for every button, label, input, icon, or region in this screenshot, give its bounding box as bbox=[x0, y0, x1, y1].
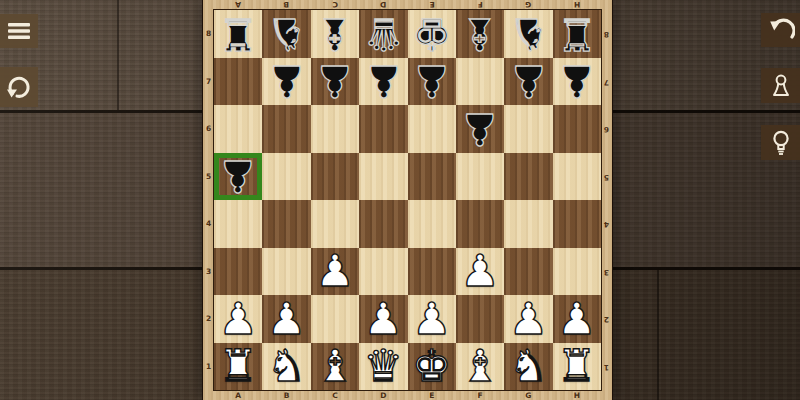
black-knight-piece[interactable]: ♞ bbox=[267, 12, 306, 56]
rank-label: 4 bbox=[601, 200, 612, 248]
square-g8[interactable]: ♞ bbox=[504, 10, 552, 58]
file-label: E bbox=[408, 390, 456, 400]
square-g3[interactable] bbox=[504, 248, 552, 296]
square-c8[interactable]: ♝ bbox=[311, 10, 359, 58]
square-c4[interactable] bbox=[311, 200, 359, 248]
square-e5[interactable] bbox=[408, 153, 456, 201]
black-king-piece[interactable]: ♚ bbox=[412, 12, 451, 56]
square-c6[interactable] bbox=[311, 105, 359, 153]
black-pawn-piece[interactable]: ♟ bbox=[412, 59, 451, 103]
square-e3[interactable] bbox=[408, 248, 456, 296]
white-queen-piece[interactable]: ♛ bbox=[364, 344, 403, 388]
square-b4[interactable] bbox=[262, 200, 310, 248]
square-h5[interactable] bbox=[553, 153, 601, 201]
square-a6[interactable] bbox=[214, 105, 262, 153]
black-bishop-piece[interactable]: ♝ bbox=[460, 12, 499, 56]
file-label: H bbox=[553, 390, 601, 400]
white-bishop-piece[interactable]: ♝ bbox=[315, 344, 354, 388]
file-label: D bbox=[359, 390, 407, 400]
square-d7[interactable]: ♟ bbox=[359, 58, 407, 106]
square-f6[interactable]: ♟ bbox=[456, 105, 504, 153]
square-a7[interactable] bbox=[214, 58, 262, 106]
square-g6[interactable] bbox=[504, 105, 552, 153]
pawn-icon bbox=[768, 73, 794, 99]
restart-icon bbox=[5, 73, 33, 101]
square-f7[interactable] bbox=[456, 58, 504, 106]
square-a1[interactable]: ♜ bbox=[214, 343, 262, 391]
white-bishop-piece[interactable]: ♝ bbox=[460, 344, 499, 388]
square-a3[interactable] bbox=[214, 248, 262, 296]
square-c7[interactable]: ♟ bbox=[311, 58, 359, 106]
rank-labels-left: 87654321 bbox=[203, 10, 214, 390]
square-d4[interactable] bbox=[359, 200, 407, 248]
square-f5[interactable] bbox=[456, 153, 504, 201]
square-h3[interactable] bbox=[553, 248, 601, 296]
square-b8[interactable]: ♞ bbox=[262, 10, 310, 58]
white-pawn-piece[interactable]: ♟ bbox=[364, 297, 403, 341]
square-c3[interactable]: ♟ bbox=[311, 248, 359, 296]
square-e8[interactable]: ♚ bbox=[408, 10, 456, 58]
square-f2[interactable] bbox=[456, 295, 504, 343]
white-pawn-piece[interactable]: ♟ bbox=[218, 297, 257, 341]
square-g2[interactable]: ♟ bbox=[504, 295, 552, 343]
white-king-piece[interactable]: ♚ bbox=[412, 344, 451, 388]
hint-button[interactable] bbox=[761, 125, 800, 160]
square-e7[interactable]: ♟ bbox=[408, 58, 456, 106]
white-knight-piece[interactable]: ♞ bbox=[267, 344, 306, 388]
black-pawn-piece[interactable]: ♟ bbox=[315, 59, 354, 103]
undo-icon bbox=[767, 17, 795, 43]
menu-button[interactable] bbox=[0, 14, 38, 48]
square-b3[interactable] bbox=[262, 248, 310, 296]
black-knight-piece[interactable]: ♞ bbox=[509, 12, 548, 56]
white-rook-piece[interactable]: ♜ bbox=[557, 344, 596, 388]
square-a4[interactable] bbox=[214, 200, 262, 248]
square-h1[interactable]: ♜ bbox=[553, 343, 601, 391]
square-c2[interactable] bbox=[311, 295, 359, 343]
square-e4[interactable] bbox=[408, 200, 456, 248]
white-pawn-piece[interactable]: ♟ bbox=[315, 249, 354, 293]
rank-label: 1 bbox=[601, 343, 612, 391]
black-pawn-piece[interactable]: ♟ bbox=[460, 107, 499, 151]
square-b7[interactable]: ♟ bbox=[262, 58, 310, 106]
white-pawn-piece[interactable]: ♟ bbox=[267, 297, 306, 341]
square-d2[interactable]: ♟ bbox=[359, 295, 407, 343]
square-h2[interactable]: ♟ bbox=[553, 295, 601, 343]
black-rook-piece[interactable]: ♜ bbox=[218, 12, 257, 56]
rank-label: 2 bbox=[203, 295, 214, 343]
white-pawn-piece[interactable]: ♟ bbox=[509, 297, 548, 341]
piece-style-button[interactable] bbox=[761, 68, 800, 103]
rank-label: 6 bbox=[203, 105, 214, 153]
white-pawn-piece[interactable]: ♟ bbox=[460, 249, 499, 293]
rank-label: 5 bbox=[601, 153, 612, 201]
black-pawn-piece[interactable]: ♟ bbox=[218, 154, 257, 198]
square-b2[interactable]: ♟ bbox=[262, 295, 310, 343]
file-label: G bbox=[504, 390, 552, 400]
square-b5[interactable] bbox=[262, 153, 310, 201]
file-label: C bbox=[311, 390, 359, 400]
black-pawn-piece[interactable]: ♟ bbox=[364, 59, 403, 103]
square-f4[interactable] bbox=[456, 200, 504, 248]
square-e1[interactable]: ♚ bbox=[408, 343, 456, 391]
file-label: A bbox=[214, 390, 262, 400]
rank-label: 5 bbox=[203, 153, 214, 201]
square-e2[interactable]: ♟ bbox=[408, 295, 456, 343]
square-f3[interactable]: ♟ bbox=[456, 248, 504, 296]
rank-label: 1 bbox=[203, 343, 214, 391]
rank-labels-right: 87654321 bbox=[601, 10, 612, 390]
square-c5[interactable] bbox=[311, 153, 359, 201]
black-bishop-piece[interactable]: ♝ bbox=[315, 12, 354, 56]
black-pawn-piece[interactable]: ♟ bbox=[267, 59, 306, 103]
rank-label: 3 bbox=[203, 248, 214, 296]
square-h8[interactable]: ♜ bbox=[553, 10, 601, 58]
square-h4[interactable] bbox=[553, 200, 601, 248]
square-d6[interactable] bbox=[359, 105, 407, 153]
menu-icon bbox=[7, 21, 31, 41]
board-grid: ♜♞♝♛♚♝♞♜♟♟♟♟♟♟♟♟♟♟♟♟♟♟♟♟♜♞♝♛♚♝♞♜ bbox=[214, 10, 601, 390]
restart-button[interactable] bbox=[0, 67, 38, 107]
square-d1[interactable]: ♛ bbox=[359, 343, 407, 391]
file-label: F bbox=[456, 390, 504, 400]
undo-button[interactable] bbox=[761, 13, 800, 47]
square-b1[interactable]: ♞ bbox=[262, 343, 310, 391]
square-c1[interactable]: ♝ bbox=[311, 343, 359, 391]
white-pawn-piece[interactable]: ♟ bbox=[412, 297, 451, 341]
lightbulb-icon bbox=[769, 129, 793, 157]
square-d3[interactable] bbox=[359, 248, 407, 296]
rank-label: 3 bbox=[601, 248, 612, 296]
square-e6[interactable] bbox=[408, 105, 456, 153]
black-rook-piece[interactable]: ♜ bbox=[557, 12, 596, 56]
white-rook-piece[interactable]: ♜ bbox=[218, 344, 257, 388]
square-g4[interactable] bbox=[504, 200, 552, 248]
square-a8[interactable]: ♜ bbox=[214, 10, 262, 58]
square-h7[interactable]: ♟ bbox=[553, 58, 601, 106]
rank-label: 7 bbox=[601, 58, 612, 106]
black-pawn-piece[interactable]: ♟ bbox=[557, 59, 596, 103]
square-a5[interactable]: ♟ bbox=[214, 153, 262, 201]
rank-label: 7 bbox=[203, 58, 214, 106]
rank-label: 8 bbox=[203, 10, 214, 58]
file-labels-bottom: ABCDEFGH bbox=[214, 390, 601, 400]
black-pawn-piece[interactable]: ♟ bbox=[509, 59, 548, 103]
square-h6[interactable] bbox=[553, 105, 601, 153]
rank-label: 4 bbox=[203, 200, 214, 248]
square-f1[interactable]: ♝ bbox=[456, 343, 504, 391]
black-queen-piece[interactable]: ♛ bbox=[364, 12, 403, 56]
square-g7[interactable]: ♟ bbox=[504, 58, 552, 106]
file-label: B bbox=[262, 390, 310, 400]
square-g1[interactable]: ♞ bbox=[504, 343, 552, 391]
chess-board: ABCDEFGH ABCDEFGH 87654321 87654321 ♜♞♝♛… bbox=[203, 0, 612, 400]
square-b6[interactable] bbox=[262, 105, 310, 153]
white-pawn-piece[interactable]: ♟ bbox=[557, 297, 596, 341]
square-a2[interactable]: ♟ bbox=[214, 295, 262, 343]
rank-label: 6 bbox=[601, 105, 612, 153]
square-d5[interactable] bbox=[359, 153, 407, 201]
square-d8[interactable]: ♛ bbox=[359, 10, 407, 58]
white-knight-piece[interactable]: ♞ bbox=[509, 344, 548, 388]
square-f8[interactable]: ♝ bbox=[456, 10, 504, 58]
rank-label: 8 bbox=[601, 10, 612, 58]
rank-label: 2 bbox=[601, 295, 612, 343]
square-g5[interactable] bbox=[504, 153, 552, 201]
